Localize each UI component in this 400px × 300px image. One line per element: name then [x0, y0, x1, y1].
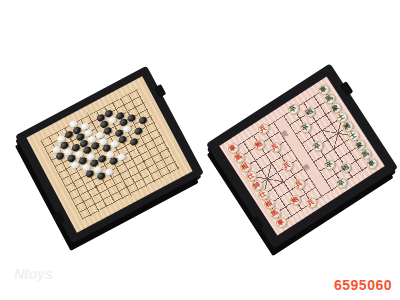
xiangqi-case-latch	[251, 216, 265, 231]
go-case-latch	[154, 84, 166, 98]
product-code: 6595060	[334, 277, 392, 293]
go-board	[26, 76, 192, 232]
xiangqi-case-latch	[340, 81, 354, 96]
xiangqi-game-set: 楚河 漢界 車兵卒車馬炮砲馬相兵卒象仕士帥兵卒將仕士相兵卒象馬炮砲馬車兵卒車	[206, 63, 398, 249]
xiangqi-board: 楚河 漢界 車兵卒車馬炮砲馬相兵卒象仕士帥兵卒將仕士相兵卒象馬炮砲馬車兵卒車	[219, 76, 384, 235]
go-case-latch	[53, 211, 65, 225]
product-photo: 楚河 漢界 車兵卒車馬炮砲馬相兵卒象仕士帥兵卒將仕士相兵卒象馬炮砲馬車兵卒車 N…	[0, 0, 400, 300]
go-board-case	[15, 66, 204, 244]
xiangqi-board-case: 楚河 漢界 車兵卒車馬炮砲馬相兵卒象仕士帥兵卒將仕士相兵卒象馬炮砲馬車兵卒車	[206, 63, 398, 249]
go-stone-grid	[35, 85, 183, 225]
xiangqi-piece-grid: 車兵卒車馬炮砲馬相兵卒象仕士帥兵卒將仕士相兵卒象馬炮砲馬車兵卒車	[225, 82, 380, 231]
watermark: Ntoys	[14, 266, 53, 282]
go-game-set	[15, 66, 204, 244]
